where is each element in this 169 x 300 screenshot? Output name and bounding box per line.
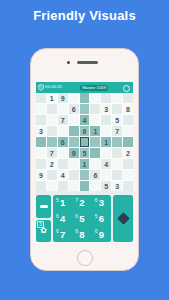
digit-label: 9 [99,229,104,240]
grid-cell-r6c5[interactable]: 5 [80,148,90,158]
grid-cell-r6c6[interactable] [90,148,100,158]
digit-label: 2 [79,197,84,208]
grid-cell-r7c9[interactable] [123,159,133,169]
grid-cell-r2c5[interactable] [80,104,90,114]
grid-cell-r3c7[interactable] [101,115,111,125]
grid-cell-r1c5[interactable] [80,93,90,103]
grid-cell-r5c5[interactable] [80,137,90,147]
grid-cell-r2c9[interactable]: 8 [123,104,133,114]
grid-cell-r1c6[interactable] [90,93,100,103]
diamond-icon [117,212,130,225]
grid-cell-r4c9[interactable] [123,126,133,136]
grid-cell-r3c2[interactable] [47,115,57,125]
grid-cell-r2c4[interactable]: 6 [69,104,79,114]
grid-cell-r7c7[interactable]: 4 [101,159,111,169]
home-button[interactable] [77,250,93,266]
grid-cell-r1c1[interactable] [36,93,46,103]
grid-cell-r9c2[interactable] [47,181,57,191]
grid-cell-r4c1[interactable]: 3 [36,126,46,136]
grid-cell-r3c3[interactable]: 7 [58,115,68,125]
grid-cell-r4c3[interactable] [58,126,68,136]
grid-cell-r5c3[interactable]: 6 [58,137,68,147]
numpad-digit-1[interactable]: 51 [53,195,72,211]
digit-remaining-count: 5 [56,197,59,203]
grid-cell-r6c8[interactable] [112,148,122,158]
tool-buttons: 3 ✿ [36,195,51,242]
grid-cell-r6c3[interactable] [58,148,68,158]
digit-label: 8 [79,229,84,240]
digit-label: 4 [60,213,65,224]
digit-remaining-count: 5 [95,213,98,219]
grid-cell-r3c8[interactable]: 5 [112,115,122,125]
grid-cell-r8c2[interactable] [47,170,57,180]
grid-cell-r6c1[interactable] [36,148,46,158]
grid-cell-r8c6[interactable]: 6 [90,170,100,180]
page-title: Friendly Visuals [0,8,169,23]
grid-cell-r5c9[interactable] [123,137,133,147]
grid-cell-r3c6[interactable] [90,115,100,125]
digit-remaining-count: 6 [95,228,98,234]
shield-icon [38,84,44,91]
grid-cell-r8c4[interactable] [69,170,79,180]
grid-cell-r4c6[interactable]: 1 [90,126,100,136]
digit-label: 6 [99,213,104,224]
grid-cell-r9c7[interactable]: 5 [101,181,111,191]
numpad-digit-6[interactable]: 56 [92,211,111,227]
digit-remaining-count: 6 [56,213,59,219]
grid-cell-r7c1[interactable] [36,159,46,169]
grid-cell-r6c4[interactable]: 9 [69,148,79,158]
grid-cell-r5c7[interactable]: 1 [101,137,111,147]
grid-cell-r8c9[interactable] [123,170,133,180]
grid-cell-r2c3[interactable] [58,104,68,114]
grid-cell-r4c4[interactable] [69,126,79,136]
digit-remaining-count: 6 [56,228,59,234]
grid-cell-r1c9[interactable] [123,93,133,103]
grid-cell-r5c8[interactable] [112,137,122,147]
app-header: 00:00:25 Master 1059 [36,82,133,93]
timer-label: 00:00:25 [45,85,62,89]
numpad-digit-8[interactable]: 88 [72,226,91,242]
grid-cell-r5c6[interactable] [90,137,100,147]
grid-cell-r7c2[interactable]: 2 [47,159,57,169]
grid-cell-r3c9[interactable] [123,115,133,125]
grid-cell-r9c4[interactable] [69,181,79,191]
numpad-digit-4[interactable]: 64 [53,211,72,227]
digit-remaining-count: 6 [75,213,78,219]
grid-cell-r2c8[interactable] [112,104,122,114]
numpad-digit-5[interactable]: 65 [72,211,91,227]
grid-cell-r8c7[interactable] [101,170,111,180]
grid-cell-r6c9[interactable]: 2 [123,148,133,158]
grid-cell-r5c2[interactable] [47,137,57,147]
grid-cell-r1c3[interactable]: 9 [58,93,68,103]
grid-cell-r6c2[interactable]: 7 [47,148,57,158]
grid-cell-r1c7[interactable] [101,93,111,103]
fast-mode-button[interactable] [113,195,133,242]
sudoku-grid: 19638745361761795221494653 [36,93,133,191]
numpad-digit-2[interactable]: 72 [72,195,91,211]
grid-cell-r6c7[interactable] [101,148,111,158]
digit-label: 7 [60,229,65,240]
timer-group: 00:00:25 [38,84,68,91]
grid-cell-r9c1[interactable] [36,181,46,191]
numpad-digit-3[interactable]: 63 [92,195,111,211]
camera-dot [67,61,70,64]
grid-cell-r7c3[interactable] [58,159,68,169]
grid-cell-r5c4[interactable] [69,137,79,147]
grid-cell-r4c7[interactable] [101,126,111,136]
numpad-digit-7[interactable]: 67 [53,226,72,242]
grid-cell-r8c1[interactable]: 9 [36,170,46,180]
grid-cell-r2c1[interactable] [36,104,46,114]
grid-cell-r4c5[interactable]: 6 [80,126,90,136]
grid-cell-r7c8[interactable] [112,159,122,169]
grid-cell-r7c6[interactable] [90,159,100,169]
digit-remaining-count: 6 [95,197,98,203]
level-badge: Master 1059 [80,85,108,91]
grid-cell-r9c3[interactable] [58,181,68,191]
digit-label: 3 [99,197,104,208]
grid-cell-r9c8[interactable]: 3 [112,181,122,191]
numpad-digit-9[interactable]: 69 [92,226,111,242]
grid-cell-r9c9[interactable] [123,181,133,191]
hint-button[interactable]: 3 ✿ [36,220,51,243]
grid-cell-r8c5[interactable] [80,170,90,180]
digit-remaining-count: 8 [75,228,78,234]
digit-label: 1 [60,197,65,208]
grid-cell-r4c2[interactable] [47,126,57,136]
phone-mockup: 00:00:25 Master 1059 1963874536176179522… [30,48,139,271]
grid-cell-r7c4[interactable] [69,159,79,169]
control-pad: 3 ✿ 517263646556678869 [36,195,133,242]
grid-cell-r3c1[interactable] [36,115,46,125]
app-screen: 00:00:25 Master 1059 1963874536176179522… [36,82,133,242]
grid-cell-r2c7[interactable]: 3 [101,104,111,114]
hint-count-badge: 3 [37,221,44,229]
settings-icon[interactable] [123,85,130,92]
grid-cell-r3c4[interactable] [69,115,79,125]
grid-cell-r4c8[interactable]: 7 [112,126,122,136]
grid-cell-r3c5[interactable]: 4 [80,115,90,125]
grid-cell-r1c8[interactable] [112,93,122,103]
speaker-slit [77,61,98,64]
grid-cell-r8c8[interactable] [112,170,122,180]
eraser-button[interactable] [36,195,51,218]
eraser-icon [40,205,48,208]
grid-cell-r5c1[interactable] [36,137,46,147]
grid-cell-r8c3[interactable]: 4 [58,170,68,180]
digit-label: 5 [79,213,84,224]
numpad: 517263646556678869 [53,195,111,242]
grid-cell-r7c5[interactable]: 1 [80,159,90,169]
grid-cell-r9c5[interactable] [80,181,90,191]
digit-remaining-count: 7 [75,197,78,203]
grid-cell-r1c2[interactable]: 1 [47,93,57,103]
grid-cell-r9c6[interactable] [90,181,100,191]
grid-cell-r2c2[interactable] [47,104,57,114]
grid-cell-r1c4[interactable] [69,93,79,103]
grid-cell-r2c6[interactable] [90,104,100,114]
